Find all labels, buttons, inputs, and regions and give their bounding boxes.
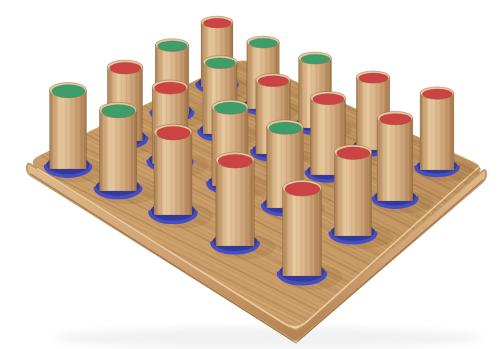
board-ground-shadow [53,327,483,349]
peg-body-grain[interactable] [216,160,255,246]
peg-top-disc-green[interactable] [301,54,330,64]
peg-top-disc-red[interactable] [203,18,231,28]
peg-body-grain[interactable] [283,188,322,276]
peg-top-disc-green[interactable] [102,104,136,117]
peg-top-disc-red[interactable] [218,154,253,168]
peg-r1c5-red[interactable] [416,87,475,182]
peg-body-grain[interactable] [420,93,454,170]
peg-top-disc-red[interactable] [422,89,452,99]
peg-top-disc-green[interactable] [249,38,278,48]
peg-top-disc-red[interactable] [380,113,412,124]
peg-top-disc-red[interactable] [359,73,389,83]
peg-top-disc-red[interactable] [258,76,289,87]
peg-top-disc-green[interactable] [205,58,235,69]
peg-top-disc-red[interactable] [337,147,371,160]
peg-body-grain[interactable] [50,90,87,169]
peg-board-scene [0,0,500,349]
peg-top-disc-green[interactable] [269,122,302,134]
peg-top-disc-green[interactable] [214,102,247,114]
peg-top-disc-red[interactable] [156,126,190,140]
peg-top-disc-green[interactable] [158,41,188,52]
peg-body-grain[interactable] [99,110,137,191]
peg-top-disc-red[interactable] [313,94,344,105]
peg-top-disc-red[interactable] [154,82,186,94]
peg-top-disc-red[interactable] [110,62,142,74]
peg-top-disc-red[interactable] [285,182,320,196]
product-photo [0,0,500,349]
peg-body-grain[interactable] [377,118,413,201]
peg-body-grain[interactable] [334,152,371,236]
peg-top-disc-green[interactable] [52,85,85,98]
peg-body-grain[interactable] [154,132,192,215]
